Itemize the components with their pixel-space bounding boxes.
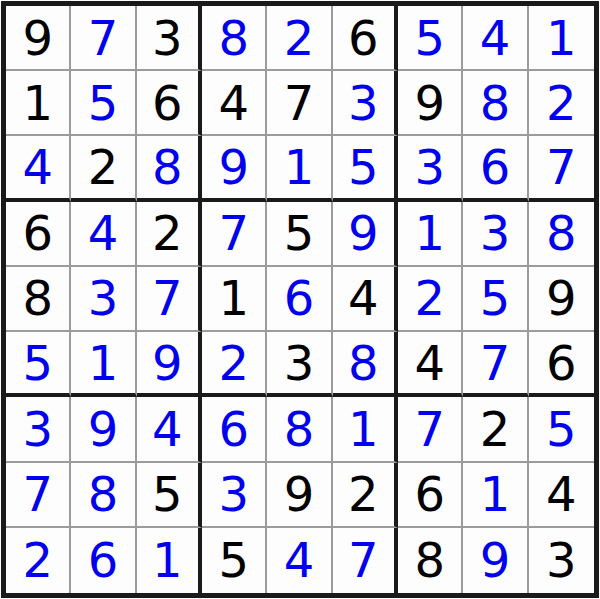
given-digit: 4 (348, 274, 379, 322)
cell-r1c3[interactable]: 3 (137, 6, 202, 71)
filled-digit: 5 (480, 274, 511, 322)
cell-r6c1[interactable]: 5 (6, 332, 71, 397)
cell-r5c1[interactable]: 8 (6, 267, 71, 332)
cell-r3c5[interactable]: 1 (267, 136, 332, 201)
filled-digit: 9 (218, 143, 249, 191)
filled-digit: 7 (414, 405, 445, 453)
filled-digit: 8 (348, 339, 379, 387)
cell-r5c5[interactable]: 6 (267, 267, 332, 332)
filled-digit: 6 (88, 536, 119, 584)
given-digit: 2 (88, 143, 119, 191)
filled-digit: 9 (152, 339, 183, 387)
cell-r2c5[interactable]: 7 (267, 71, 332, 136)
given-digit: 9 (22, 14, 53, 62)
cell-r8c9[interactable]: 4 (529, 463, 594, 528)
given-digit: 2 (480, 405, 511, 453)
cell-r7c2[interactable]: 9 (71, 397, 136, 462)
cell-r7c3[interactable]: 4 (137, 397, 202, 462)
filled-digit: 6 (218, 405, 249, 453)
cell-r9c8[interactable]: 9 (463, 528, 528, 593)
cell-r2c8[interactable]: 8 (463, 71, 528, 136)
cell-r8c8[interactable]: 1 (463, 463, 528, 528)
cell-r4c1[interactable]: 6 (6, 202, 71, 267)
cell-r7c7[interactable]: 7 (398, 397, 463, 462)
cell-r4c2[interactable]: 4 (71, 202, 136, 267)
filled-digit: 6 (284, 274, 315, 322)
cell-r6c3[interactable]: 9 (137, 332, 202, 397)
sudoku-board: 9738265411564739824289153676427591388371… (1, 1, 599, 598)
sudoku-page: 9738265411564739824289153676427591388371… (0, 0, 600, 599)
filled-digit: 4 (284, 536, 315, 584)
filled-digit: 5 (88, 79, 119, 127)
cell-r5c3[interactable]: 7 (137, 267, 202, 332)
cell-r5c7[interactable]: 2 (398, 267, 463, 332)
given-digit: 8 (414, 536, 445, 584)
cell-r5c4[interactable]: 1 (202, 267, 267, 332)
filled-digit: 7 (218, 209, 249, 257)
cell-r1c7[interactable]: 5 (398, 6, 463, 71)
filled-digit: 4 (22, 143, 53, 191)
cell-r6c2[interactable]: 1 (71, 332, 136, 397)
filled-digit: 3 (480, 209, 511, 257)
filled-digit: 2 (22, 536, 53, 584)
cell-r7c1[interactable]: 3 (6, 397, 71, 462)
given-digit: 5 (152, 470, 183, 518)
filled-digit: 4 (480, 14, 511, 62)
cell-r8c4[interactable]: 3 (202, 463, 267, 528)
given-digit: 6 (152, 79, 183, 127)
given-digit: 5 (284, 209, 315, 257)
filled-digit: 8 (218, 14, 249, 62)
filled-digit: 8 (152, 143, 183, 191)
cell-r8c7[interactable]: 6 (398, 463, 463, 528)
given-digit: 1 (22, 79, 53, 127)
cell-r7c4[interactable]: 6 (202, 397, 267, 462)
given-digit: 1 (218, 274, 249, 322)
cell-r6c5[interactable]: 3 (267, 332, 332, 397)
filled-digit: 7 (348, 536, 379, 584)
filled-digit: 5 (546, 405, 577, 453)
filled-digit: 6 (480, 143, 511, 191)
given-digit: 6 (348, 14, 379, 62)
cell-r8c1[interactable]: 7 (6, 463, 71, 528)
cell-r9c9[interactable]: 3 (529, 528, 594, 593)
given-digit: 2 (348, 470, 379, 518)
given-digit: 5 (218, 536, 249, 584)
cell-r3c9[interactable]: 7 (529, 136, 594, 201)
filled-digit: 9 (88, 405, 119, 453)
filled-digit: 9 (480, 536, 511, 584)
filled-digit: 5 (22, 339, 53, 387)
cell-r6c8[interactable]: 7 (463, 332, 528, 397)
cell-r7c6[interactable]: 1 (333, 397, 398, 462)
given-digit: 3 (546, 536, 577, 584)
cell-r2c7[interactable]: 9 (398, 71, 463, 136)
filled-digit: 4 (88, 209, 119, 257)
cell-r1c9[interactable]: 1 (529, 6, 594, 71)
cell-r3c3[interactable]: 8 (137, 136, 202, 201)
cell-r9c4[interactable]: 5 (202, 528, 267, 593)
filled-digit: 8 (284, 405, 315, 453)
cell-r3c4[interactable]: 9 (202, 136, 267, 201)
cell-r6c4[interactable]: 2 (202, 332, 267, 397)
filled-digit: 1 (546, 14, 577, 62)
cell-r3c8[interactable]: 6 (463, 136, 528, 201)
filled-digit: 2 (546, 79, 577, 127)
given-digit: 6 (414, 470, 445, 518)
filled-digit: 3 (88, 274, 119, 322)
cell-r3c6[interactable]: 5 (333, 136, 398, 201)
cell-r8c6[interactable]: 2 (333, 463, 398, 528)
filled-digit: 3 (348, 79, 379, 127)
cell-r4c3[interactable]: 2 (137, 202, 202, 267)
cell-r8c3[interactable]: 5 (137, 463, 202, 528)
cell-r2c3[interactable]: 6 (137, 71, 202, 136)
cell-r9c5[interactable]: 4 (267, 528, 332, 593)
cell-r5c6[interactable]: 4 (333, 267, 398, 332)
cell-r2c2[interactable]: 5 (71, 71, 136, 136)
cell-r4c7[interactable]: 1 (398, 202, 463, 267)
cell-r7c8[interactable]: 2 (463, 397, 528, 462)
cell-r3c7[interactable]: 3 (398, 136, 463, 201)
given-digit: 9 (546, 274, 577, 322)
filled-digit: 2 (284, 14, 315, 62)
filled-digit: 3 (414, 143, 445, 191)
cell-r4c5[interactable]: 5 (267, 202, 332, 267)
filled-digit: 2 (218, 339, 249, 387)
cell-r6c9[interactable]: 6 (529, 332, 594, 397)
cell-r1c5[interactable]: 2 (267, 6, 332, 71)
filled-digit: 9 (348, 209, 379, 257)
filled-digit: 1 (348, 405, 379, 453)
cell-r5c9[interactable]: 9 (529, 267, 594, 332)
cell-r6c7[interactable]: 4 (398, 332, 463, 397)
filled-digit: 7 (152, 274, 183, 322)
filled-digit: 1 (414, 209, 445, 257)
filled-digit: 5 (414, 14, 445, 62)
filled-digit: 2 (414, 274, 445, 322)
cell-r9c3[interactable]: 1 (137, 528, 202, 593)
cell-r2c1[interactable]: 1 (6, 71, 71, 136)
cell-r1c8[interactable]: 4 (463, 6, 528, 71)
cell-r3c1[interactable]: 4 (6, 136, 71, 201)
given-digit: 7 (284, 79, 315, 127)
filled-digit: 1 (284, 143, 315, 191)
filled-digit: 7 (88, 14, 119, 62)
filled-digit: 8 (480, 79, 511, 127)
given-digit: 9 (414, 79, 445, 127)
filled-digit: 7 (546, 143, 577, 191)
cell-r9c1[interactable]: 2 (6, 528, 71, 593)
cell-r2c4[interactable]: 4 (202, 71, 267, 136)
cell-r8c5[interactable]: 9 (267, 463, 332, 528)
cell-r9c7[interactable]: 8 (398, 528, 463, 593)
cell-r8c2[interactable]: 8 (71, 463, 136, 528)
filled-digit: 3 (218, 470, 249, 518)
given-digit: 6 (22, 209, 53, 257)
given-digit: 2 (152, 209, 183, 257)
cell-r5c8[interactable]: 5 (463, 267, 528, 332)
cell-r4c4[interactable]: 7 (202, 202, 267, 267)
given-digit: 8 (22, 274, 53, 322)
filled-digit: 3 (22, 405, 53, 453)
cell-r7c5[interactable]: 8 (267, 397, 332, 462)
filled-digit: 1 (480, 470, 511, 518)
given-digit: 4 (546, 470, 577, 518)
filled-digit: 4 (152, 405, 183, 453)
cell-r1c6[interactable]: 6 (333, 6, 398, 71)
cell-r4c9[interactable]: 8 (529, 202, 594, 267)
given-digit: 9 (284, 470, 315, 518)
cell-r1c4[interactable]: 8 (202, 6, 267, 71)
cell-r4c8[interactable]: 3 (463, 202, 528, 267)
cell-r7c9[interactable]: 5 (529, 397, 594, 462)
filled-digit: 7 (22, 470, 53, 518)
given-digit: 6 (546, 339, 577, 387)
given-digit: 4 (414, 339, 445, 387)
given-digit: 3 (152, 14, 183, 62)
cell-r9c2[interactable]: 6 (71, 528, 136, 593)
cell-r9c6[interactable]: 7 (333, 528, 398, 593)
filled-digit: 8 (546, 209, 577, 257)
cell-r2c6[interactable]: 3 (333, 71, 398, 136)
given-digit: 4 (218, 79, 249, 127)
given-digit: 3 (284, 339, 315, 387)
cell-r6c6[interactable]: 8 (333, 332, 398, 397)
cell-r4c6[interactable]: 9 (333, 202, 398, 267)
cell-r1c2[interactable]: 7 (71, 6, 136, 71)
cell-r2c9[interactable]: 2 (529, 71, 594, 136)
filled-digit: 5 (348, 143, 379, 191)
cell-r1c1[interactable]: 9 (6, 6, 71, 71)
filled-digit: 1 (152, 536, 183, 584)
filled-digit: 8 (88, 470, 119, 518)
filled-digit: 1 (88, 339, 119, 387)
filled-digit: 7 (480, 339, 511, 387)
cell-r5c2[interactable]: 3 (71, 267, 136, 332)
cell-r3c2[interactable]: 2 (71, 136, 136, 201)
